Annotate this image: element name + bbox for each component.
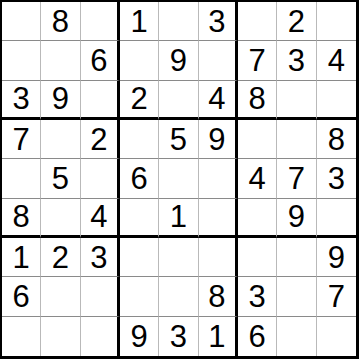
cell-r3c8[interactable]	[277, 81, 316, 120]
given-digit: 1	[131, 6, 148, 37]
given-digit: 8	[328, 124, 345, 155]
cell-r4c5[interactable]: 5	[159, 120, 198, 159]
given-digit: 2	[90, 124, 107, 155]
cell-r7c4[interactable]	[120, 238, 159, 277]
cell-r1c3[interactable]	[81, 2, 120, 41]
given-digit: 6	[249, 321, 266, 352]
given-digit: 5	[170, 124, 187, 155]
cell-r7c5[interactable]	[159, 238, 198, 277]
cell-r6c9[interactable]	[317, 199, 356, 238]
cell-r1c5[interactable]	[159, 2, 198, 41]
cell-r1c7[interactable]	[238, 2, 277, 41]
cell-r1c8[interactable]: 2	[277, 2, 316, 41]
cell-r3c7[interactable]: 8	[238, 81, 277, 120]
given-digit: 4	[90, 201, 107, 232]
cell-r8c4[interactable]	[120, 277, 159, 316]
cell-r8c7[interactable]: 3	[238, 277, 277, 316]
given-digit: 7	[249, 45, 266, 76]
cell-r8c1[interactable]: 6	[2, 277, 41, 316]
given-digit: 8	[13, 201, 30, 232]
cell-r4c2[interactable]	[41, 120, 80, 159]
cell-r9c1[interactable]	[2, 317, 41, 356]
cell-r9c8[interactable]	[277, 317, 316, 356]
cell-r6c4[interactable]	[120, 199, 159, 238]
cell-r3c6[interactable]: 4	[199, 81, 238, 120]
cell-r3c2[interactable]: 9	[41, 81, 80, 120]
cell-r9c4[interactable]: 9	[120, 317, 159, 356]
given-digit: 4	[328, 45, 345, 76]
cell-r1c1[interactable]	[2, 2, 41, 41]
cell-r7c2[interactable]: 2	[41, 238, 80, 277]
cell-r6c3[interactable]: 4	[81, 199, 120, 238]
cell-r7c8[interactable]	[277, 238, 316, 277]
cell-r4c6[interactable]: 9	[199, 120, 238, 159]
given-digit: 6	[13, 281, 30, 312]
cell-r4c8[interactable]	[277, 120, 316, 159]
cell-r5c5[interactable]	[159, 159, 198, 198]
sudoku-board: 8132697343924872598564738419123968379316	[0, 0, 359, 359]
cell-r5c7[interactable]: 4	[238, 159, 277, 198]
cell-r9c2[interactable]	[41, 317, 80, 356]
given-digit: 6	[90, 45, 107, 76]
cell-r2c6[interactable]	[199, 41, 238, 80]
given-digit: 3	[170, 321, 187, 352]
cell-r2c8[interactable]: 3	[277, 41, 316, 80]
cell-r7c7[interactable]	[238, 238, 277, 277]
cell-r3c5[interactable]	[159, 81, 198, 120]
cell-r3c4[interactable]: 2	[120, 81, 159, 120]
cell-r5c4[interactable]: 6	[120, 159, 159, 198]
cell-r1c9[interactable]	[317, 2, 356, 41]
cell-r4c3[interactable]: 2	[81, 120, 120, 159]
cell-r2c4[interactable]	[120, 41, 159, 80]
given-digit: 1	[170, 201, 187, 232]
given-digit: 1	[208, 321, 225, 352]
cell-r4c9[interactable]: 8	[317, 120, 356, 159]
cell-r2c7[interactable]: 7	[238, 41, 277, 80]
given-digit: 3	[249, 281, 266, 312]
cell-r9c6[interactable]: 1	[199, 317, 238, 356]
given-digit: 2	[131, 83, 148, 114]
given-digit: 8	[249, 83, 266, 114]
cell-r3c3[interactable]	[81, 81, 120, 120]
cell-r7c9[interactable]: 9	[317, 238, 356, 277]
cell-r4c7[interactable]	[238, 120, 277, 159]
cell-r6c6[interactable]	[199, 199, 238, 238]
given-digit: 9	[288, 201, 305, 232]
cell-r2c3[interactable]: 6	[81, 41, 120, 80]
given-digit: 4	[208, 83, 225, 114]
cell-r9c5[interactable]: 3	[159, 317, 198, 356]
cell-r8c5[interactable]	[159, 277, 198, 316]
cell-r6c1[interactable]: 8	[2, 199, 41, 238]
given-digit: 9	[328, 242, 345, 273]
cell-r9c3[interactable]	[81, 317, 120, 356]
given-digit: 9	[131, 321, 148, 352]
cell-r2c2[interactable]	[41, 41, 80, 80]
given-digit: 9	[170, 45, 187, 76]
given-digit: 2	[288, 6, 305, 37]
given-digit: 3	[13, 83, 30, 114]
given-digit: 7	[328, 281, 345, 312]
cell-r7c3[interactable]: 3	[81, 238, 120, 277]
cell-r9c9[interactable]	[317, 317, 356, 356]
given-digit: 8	[208, 281, 225, 312]
cell-r8c8[interactable]	[277, 277, 316, 316]
given-digit: 9	[52, 83, 69, 114]
given-digit: 2	[52, 242, 69, 273]
cell-r6c2[interactable]	[41, 199, 80, 238]
cell-r4c1[interactable]: 7	[2, 120, 41, 159]
cell-r2c1[interactable]	[2, 41, 41, 80]
cell-r7c6[interactable]	[199, 238, 238, 277]
given-digit: 6	[131, 163, 148, 194]
given-digit: 3	[288, 45, 305, 76]
cell-r6c7[interactable]	[238, 199, 277, 238]
cell-r5c8[interactable]: 7	[277, 159, 316, 198]
given-digit: 9	[208, 124, 225, 155]
cell-r2c5[interactable]: 9	[159, 41, 198, 80]
cell-r1c2[interactable]: 8	[41, 2, 80, 41]
cell-r5c3[interactable]	[81, 159, 120, 198]
cell-r1c4[interactable]: 1	[120, 2, 159, 41]
cell-r5c1[interactable]	[2, 159, 41, 198]
given-digit: 3	[208, 6, 225, 37]
given-digit: 3	[90, 242, 107, 273]
cell-r7c1[interactable]: 1	[2, 238, 41, 277]
cell-r8c2[interactable]	[41, 277, 80, 316]
cell-r8c3[interactable]	[81, 277, 120, 316]
cell-r8c6[interactable]: 8	[199, 277, 238, 316]
cell-r5c2[interactable]: 5	[41, 159, 80, 198]
given-digit: 3	[328, 163, 345, 194]
given-digit: 4	[249, 163, 266, 194]
given-digit: 5	[52, 163, 69, 194]
cell-r3c1[interactable]: 3	[2, 81, 41, 120]
cell-r6c5[interactable]: 1	[159, 199, 198, 238]
given-digit: 7	[13, 124, 30, 155]
cell-r5c9[interactable]: 3	[317, 159, 356, 198]
given-digit: 1	[13, 242, 30, 273]
cell-r4c4[interactable]	[120, 120, 159, 159]
cell-r6c8[interactable]: 9	[277, 199, 316, 238]
given-digit: 8	[52, 6, 69, 37]
cell-r2c9[interactable]: 4	[317, 41, 356, 80]
given-digit: 7	[288, 163, 305, 194]
cell-r9c7[interactable]: 6	[238, 317, 277, 356]
cell-r8c9[interactable]: 7	[317, 277, 356, 316]
cell-r1c6[interactable]: 3	[199, 2, 238, 41]
cell-r5c6[interactable]	[199, 159, 238, 198]
cell-r3c9[interactable]	[317, 81, 356, 120]
